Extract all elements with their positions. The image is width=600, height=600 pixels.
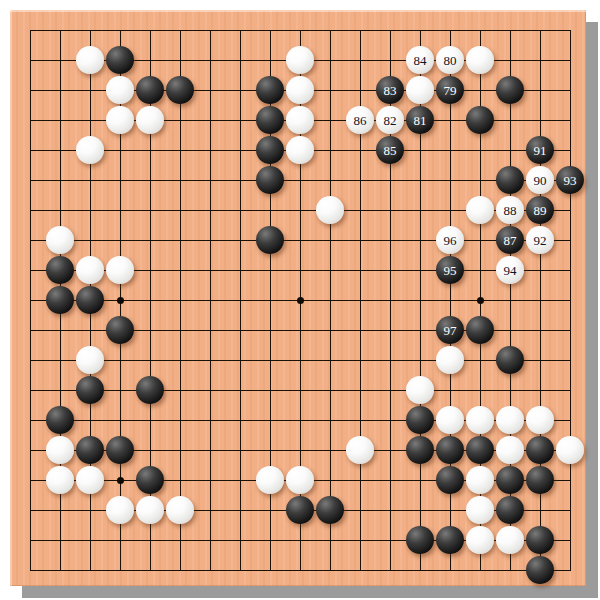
stone-white <box>526 406 554 434</box>
stone-black <box>106 46 134 74</box>
stone-black <box>496 496 524 524</box>
stone-white <box>466 406 494 434</box>
stone-black <box>406 526 434 554</box>
stone-white <box>466 46 494 74</box>
stone-white <box>106 76 134 104</box>
stone-black <box>76 436 104 464</box>
stone-white <box>46 466 74 494</box>
stone-black <box>46 406 74 434</box>
stone-white <box>496 436 524 464</box>
stone-white <box>76 256 104 284</box>
stone-black-move-85: 85 <box>376 136 404 164</box>
stone-black <box>316 496 344 524</box>
stone-white-move-92: 92 <box>526 226 554 254</box>
star-point <box>477 297 484 304</box>
stone-white <box>466 526 494 554</box>
stone-white <box>136 106 164 134</box>
stone-black-move-91: 91 <box>526 136 554 164</box>
stone-black <box>466 316 494 344</box>
stone-white <box>286 466 314 494</box>
stone-black <box>256 166 284 194</box>
stone-white <box>46 436 74 464</box>
stone-white <box>466 196 494 224</box>
stone-white-move-88: 88 <box>496 196 524 224</box>
stone-black <box>256 136 284 164</box>
stone-black <box>436 526 464 554</box>
stone-white <box>556 436 584 464</box>
stone-black <box>436 466 464 494</box>
stone-white <box>346 436 374 464</box>
stone-black <box>256 76 284 104</box>
stone-black <box>526 466 554 494</box>
stone-black <box>166 76 194 104</box>
star-point <box>117 477 124 484</box>
stone-black <box>526 556 554 584</box>
stone-black <box>46 286 74 314</box>
stone-black <box>436 436 464 464</box>
stone-black <box>526 436 554 464</box>
stone-black-move-93: 93 <box>556 166 584 194</box>
stone-black <box>76 376 104 404</box>
stone-black <box>46 256 74 284</box>
stone-white <box>76 346 104 374</box>
stone-black-move-81: 81 <box>406 106 434 134</box>
stone-white <box>256 466 284 494</box>
stone-white <box>76 46 104 74</box>
stone-black <box>406 406 434 434</box>
stone-white-move-96: 96 <box>436 226 464 254</box>
stone-white <box>76 136 104 164</box>
stone-white <box>46 226 74 254</box>
stone-black <box>496 166 524 194</box>
stone-black <box>526 526 554 554</box>
stone-black <box>256 106 284 134</box>
stone-black <box>466 436 494 464</box>
stone-white-move-86: 86 <box>346 106 374 134</box>
stone-white-move-90: 90 <box>526 166 554 194</box>
stone-white <box>406 376 434 404</box>
stone-white <box>166 496 194 524</box>
stone-black <box>136 76 164 104</box>
stone-white <box>106 256 134 284</box>
stone-black <box>496 76 524 104</box>
stone-white <box>436 406 464 434</box>
stone-black <box>406 436 434 464</box>
stone-white <box>436 346 464 374</box>
star-point <box>117 297 124 304</box>
stone-black <box>106 316 134 344</box>
stone-white <box>286 106 314 134</box>
stone-black <box>466 106 494 134</box>
stone-white <box>286 76 314 104</box>
stone-white <box>496 406 524 434</box>
stone-white <box>316 196 344 224</box>
stone-black-move-97: 97 <box>436 316 464 344</box>
stone-black <box>136 466 164 494</box>
stone-black-move-83: 83 <box>376 76 404 104</box>
go-board[interactable]: 84808379868281859190938889968792959497 <box>10 10 586 586</box>
stone-black <box>256 226 284 254</box>
stone-white <box>106 106 134 134</box>
stone-white-move-84: 84 <box>406 46 434 74</box>
stone-white <box>406 76 434 104</box>
stone-black <box>106 436 134 464</box>
go-diagram-page: 84808379868281859190938889968792959497 <box>0 0 600 600</box>
stone-black-move-79: 79 <box>436 76 464 104</box>
stone-white <box>286 136 314 164</box>
stone-black <box>76 286 104 314</box>
stone-black-move-89: 89 <box>526 196 554 224</box>
star-point <box>297 297 304 304</box>
stone-black <box>496 346 524 374</box>
stone-white <box>466 466 494 494</box>
stone-black-move-87: 87 <box>496 226 524 254</box>
stone-white <box>106 496 134 524</box>
stone-black <box>286 496 314 524</box>
stone-white-move-94: 94 <box>496 256 524 284</box>
stone-white <box>466 496 494 524</box>
stone-black <box>136 376 164 404</box>
stone-white-move-82: 82 <box>376 106 404 134</box>
stone-white <box>496 526 524 554</box>
stone-black <box>496 466 524 494</box>
stone-white <box>136 496 164 524</box>
stone-white-move-80: 80 <box>436 46 464 74</box>
stone-black-move-95: 95 <box>436 256 464 284</box>
stone-white <box>76 466 104 494</box>
stone-white <box>286 46 314 74</box>
